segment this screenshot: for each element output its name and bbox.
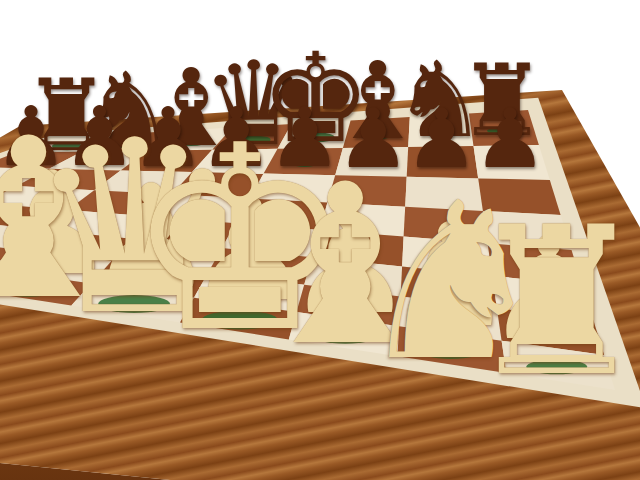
photo-canvas: ♜♞♝♛♚♝♞♜♟♟♟♟♟♟♟♟♟♟♟♟♟♟♟♟♜♞♝♛♚♝♞♜ xyxy=(0,0,640,480)
square-g6[interactable] xyxy=(405,177,483,211)
square-h6[interactable] xyxy=(478,178,560,215)
square-f8[interactable] xyxy=(343,117,410,148)
square-h7[interactable] xyxy=(474,145,550,180)
square-f6[interactable] xyxy=(327,175,406,207)
dust-speck xyxy=(73,94,78,98)
square-g7[interactable] xyxy=(407,146,479,178)
square-g8[interactable] xyxy=(408,114,473,147)
chess-board[interactable] xyxy=(0,0,640,480)
square-f7[interactable] xyxy=(335,147,408,177)
square-h8[interactable] xyxy=(469,110,539,146)
square-e6[interactable] xyxy=(250,174,336,203)
